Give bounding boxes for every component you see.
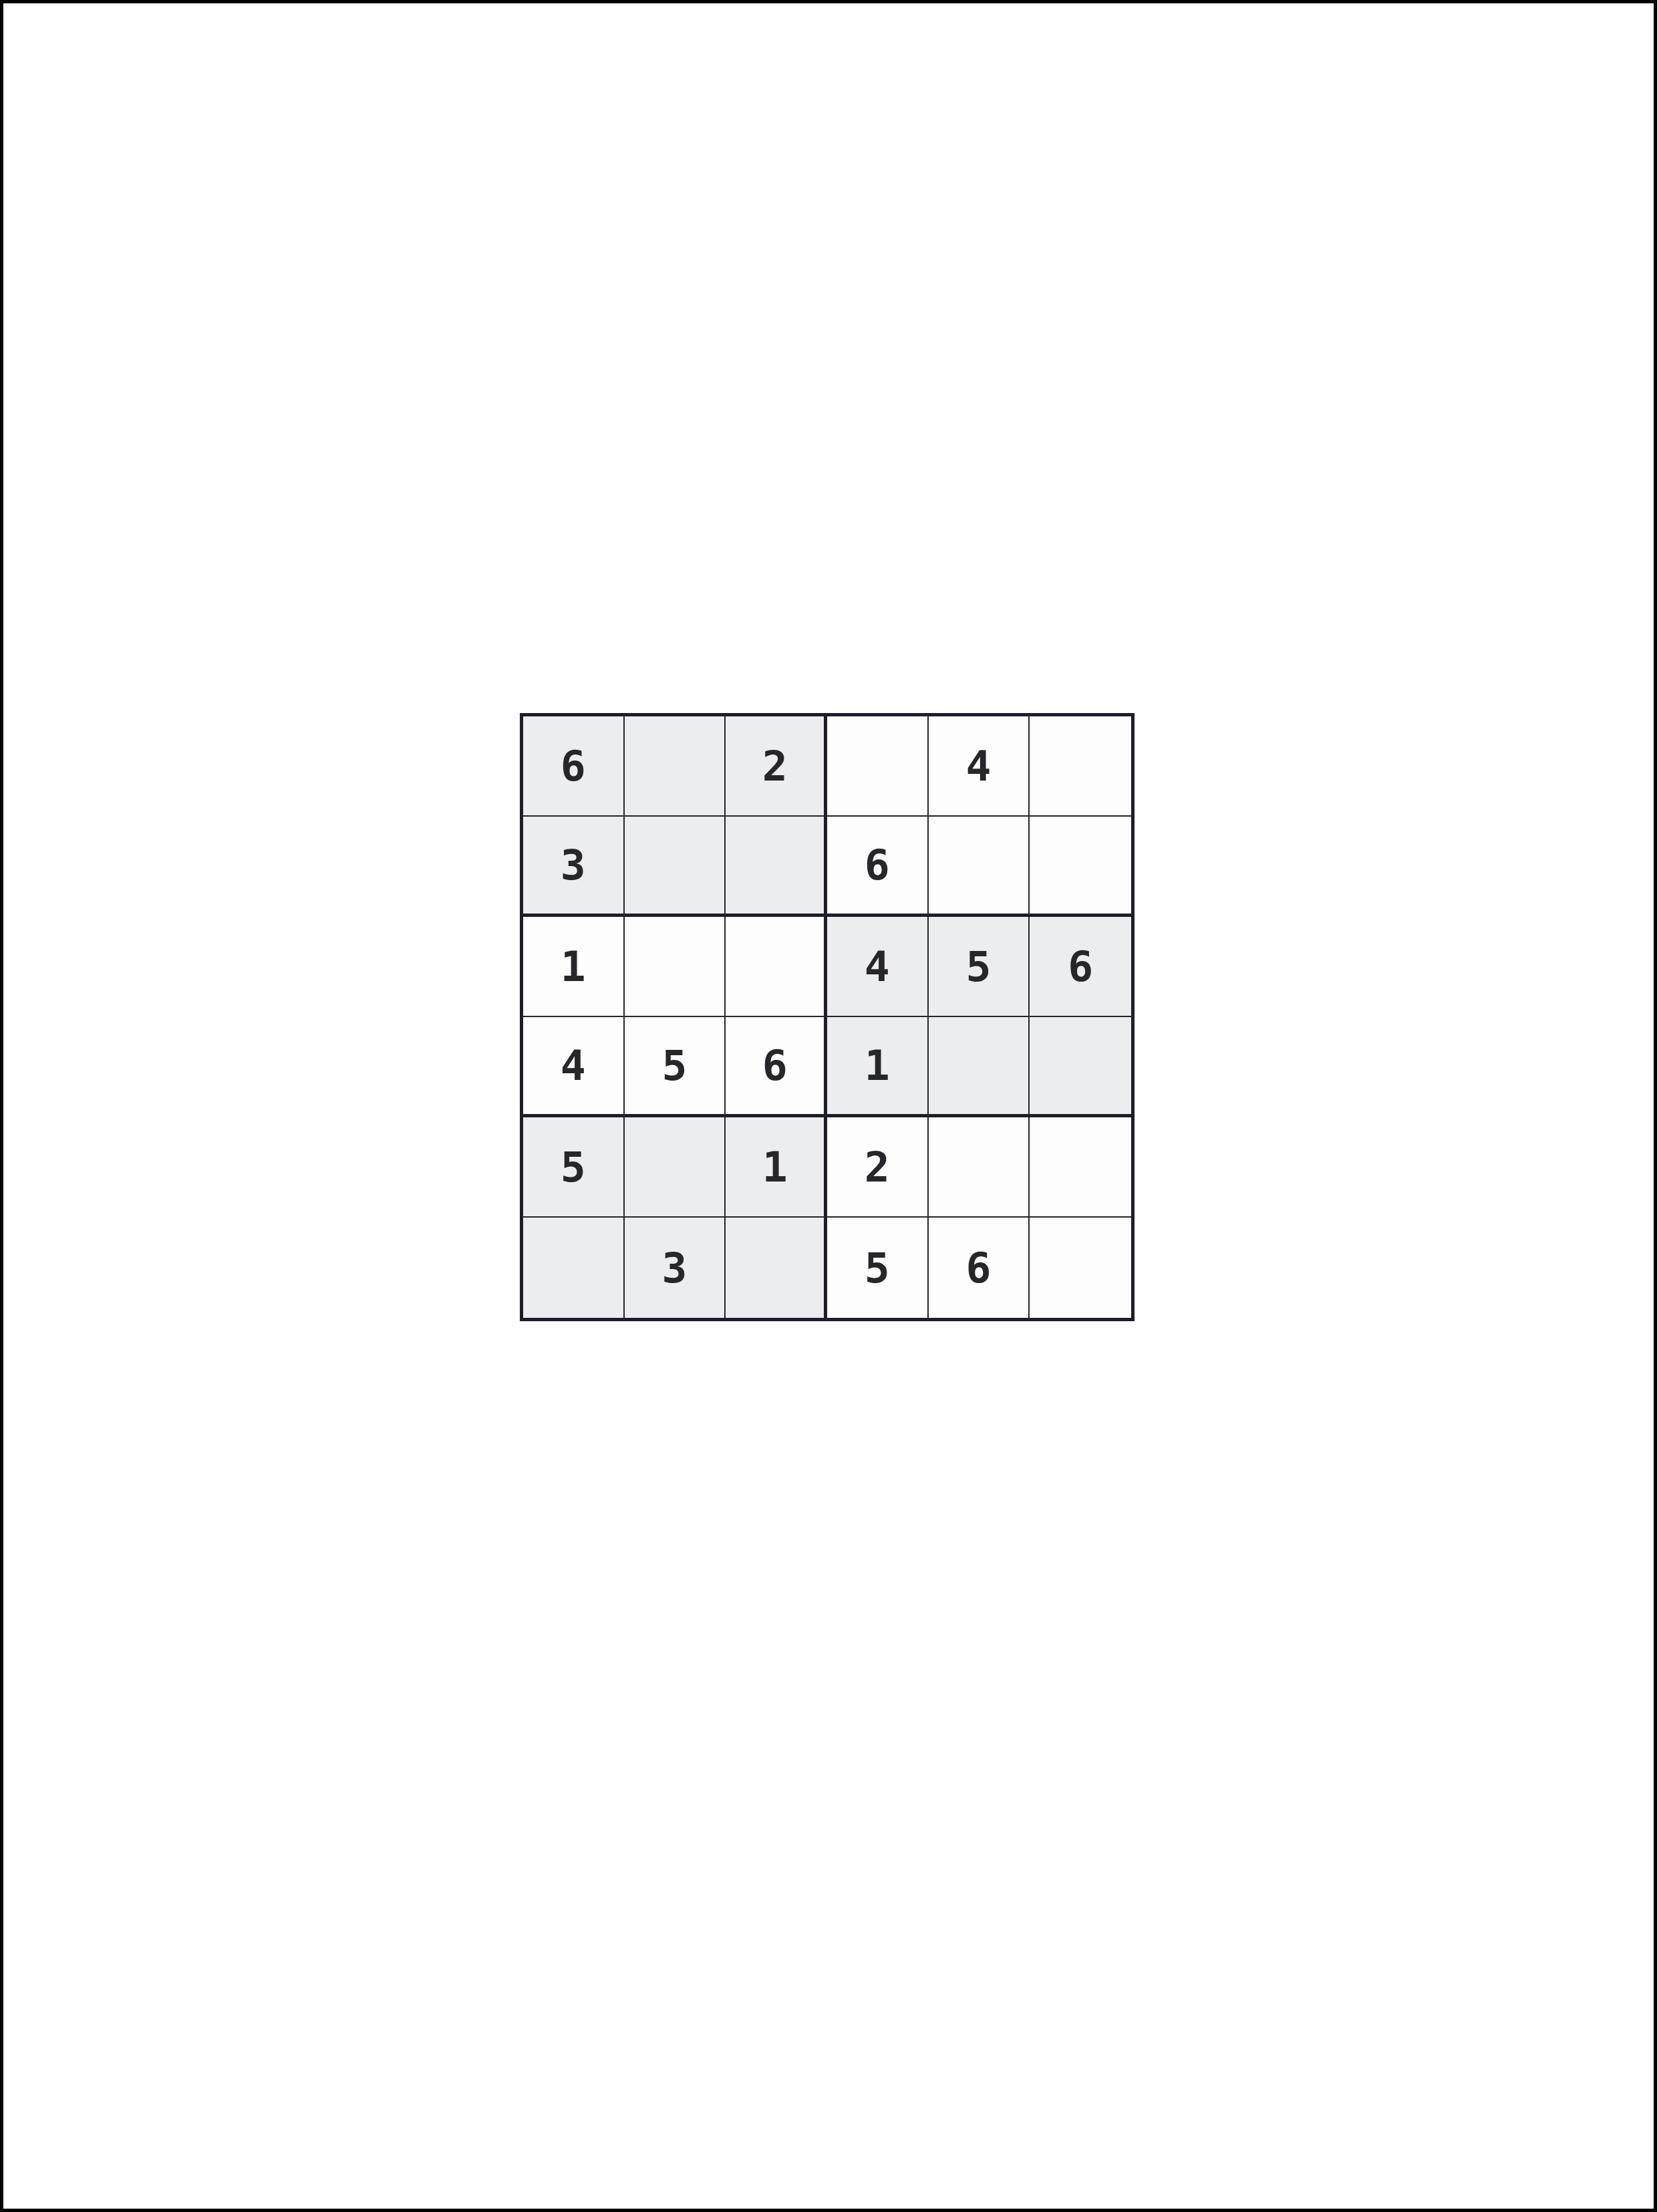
cell-r6c5: 6	[929, 1218, 1030, 1318]
cell-r3c5: 5	[929, 917, 1030, 1017]
cell-r5c1: 5	[523, 1117, 625, 1218]
cell-r4c6	[1030, 1017, 1131, 1117]
cell-r4c3: 6	[726, 1017, 827, 1117]
cell-r1c1: 6	[523, 716, 625, 817]
cell-r6c1	[523, 1218, 625, 1318]
cell-r6c3	[726, 1218, 827, 1318]
cell-r5c3: 1	[726, 1117, 827, 1218]
cell-r2c4: 6	[827, 817, 929, 917]
cell-r4c2: 5	[625, 1017, 726, 1117]
cell-r5c4: 2	[827, 1117, 929, 1218]
cell-r2c5	[929, 817, 1030, 917]
cell-r1c5: 4	[929, 716, 1030, 817]
cell-r1c2	[625, 716, 726, 817]
cell-r5c2	[625, 1117, 726, 1218]
cell-r3c3	[726, 917, 827, 1017]
cell-r1c4	[827, 716, 929, 817]
cell-r2c2	[625, 817, 726, 917]
cell-r1c6	[1030, 716, 1131, 817]
cell-r4c5	[929, 1017, 1030, 1117]
cell-r5c6	[1030, 1117, 1131, 1218]
cell-r3c4: 4	[827, 917, 929, 1017]
cell-r4c4: 1	[827, 1017, 929, 1117]
cell-r1c3: 2	[726, 716, 827, 817]
cell-r6c6	[1030, 1218, 1131, 1318]
page: 6243614564561512356	[0, 0, 1657, 2212]
cell-r4c1: 4	[523, 1017, 625, 1117]
cell-r3c2	[625, 917, 726, 1017]
sudoku-board: 6243614564561512356	[520, 713, 1135, 1321]
cell-r3c1: 1	[523, 917, 625, 1017]
cell-r6c4: 5	[827, 1218, 929, 1318]
cell-r5c5	[929, 1117, 1030, 1218]
cell-r2c3	[726, 817, 827, 917]
cell-r3c6: 6	[1030, 917, 1131, 1017]
cell-r2c1: 3	[523, 817, 625, 917]
cell-r6c2: 3	[625, 1218, 726, 1318]
cell-r2c6	[1030, 817, 1131, 917]
